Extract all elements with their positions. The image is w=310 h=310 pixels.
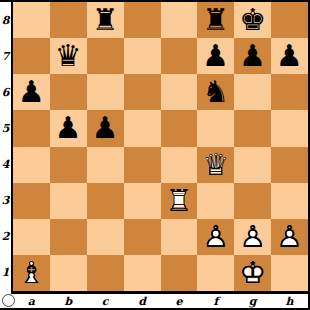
square-d6[interactable] (124, 74, 161, 110)
square-h3[interactable] (271, 183, 308, 219)
rank-label-5: 5 (0, 110, 11, 146)
square-b1[interactable] (50, 255, 87, 291)
square-g6[interactable] (234, 74, 271, 110)
piece-white-pawn-fill: ♟ (234, 219, 271, 255)
square-d5[interactable] (124, 110, 161, 146)
piece-white-bishop[interactable]: ♗ (13, 255, 50, 291)
square-a6[interactable]: ♟ (13, 74, 50, 110)
piece-black-knight[interactable]: ♞ (197, 74, 234, 110)
square-d4[interactable] (124, 147, 161, 183)
rank-label-7: 7 (0, 38, 11, 74)
square-e7[interactable] (161, 38, 198, 74)
chess-diagram: 87654321 ♜♜♚♛♟♟♟♟♞♟♟♛♕♜♖♟♙♟♙♟♙♝♗♚♔ abcde… (0, 0, 310, 310)
square-a4[interactable] (13, 147, 50, 183)
square-c5[interactable]: ♟ (87, 110, 124, 146)
square-g3[interactable] (234, 183, 271, 219)
square-d8[interactable] (124, 2, 161, 38)
piece-black-pawn[interactable]: ♟ (271, 38, 308, 74)
square-f4[interactable]: ♛♕ (197, 147, 234, 183)
square-a8[interactable] (13, 2, 50, 38)
piece-white-king-fill: ♚ (234, 255, 271, 291)
square-e2[interactable] (161, 219, 198, 255)
square-b4[interactable] (50, 147, 87, 183)
square-a7[interactable] (13, 38, 50, 74)
file-label-d: d (124, 294, 161, 308)
piece-white-rook[interactable]: ♖ (161, 183, 198, 219)
file-label-f: f (197, 294, 234, 308)
square-g1[interactable]: ♚♔ (234, 255, 271, 291)
file-label-b: b (50, 294, 87, 308)
file-labels: abcdefgh (13, 294, 308, 308)
chess-board: ♜♜♚♛♟♟♟♟♞♟♟♛♕♜♖♟♙♟♙♟♙♝♗♚♔ (13, 2, 308, 291)
square-a2[interactable] (13, 219, 50, 255)
piece-black-rook[interactable]: ♜ (87, 2, 124, 38)
piece-black-pawn[interactable]: ♟ (87, 110, 124, 146)
square-e5[interactable] (161, 110, 198, 146)
piece-white-pawn[interactable]: ♙ (197, 219, 234, 255)
square-e4[interactable] (161, 147, 198, 183)
piece-white-king[interactable]: ♔ (234, 255, 271, 291)
square-h2[interactable]: ♟♙ (271, 219, 308, 255)
square-b8[interactable] (50, 2, 87, 38)
piece-black-pawn[interactable]: ♟ (50, 110, 87, 146)
square-d2[interactable] (124, 219, 161, 255)
file-label-e: e (161, 294, 198, 308)
square-b6[interactable] (50, 74, 87, 110)
square-f7[interactable]: ♟ (197, 38, 234, 74)
square-f5[interactable] (197, 110, 234, 146)
piece-black-pawn[interactable]: ♟ (13, 74, 50, 110)
rank-label-2: 2 (0, 219, 11, 255)
square-d1[interactable] (124, 255, 161, 291)
square-a3[interactable] (13, 183, 50, 219)
square-g8[interactable]: ♚ (234, 2, 271, 38)
square-g7[interactable]: ♟ (234, 38, 271, 74)
square-c2[interactable] (87, 219, 124, 255)
file-label-h: h (271, 294, 308, 308)
square-f2[interactable]: ♟♙ (197, 219, 234, 255)
square-c1[interactable] (87, 255, 124, 291)
square-f3[interactable] (197, 183, 234, 219)
square-c4[interactable] (87, 147, 124, 183)
piece-white-queen[interactable]: ♕ (197, 147, 234, 183)
square-f8[interactable]: ♜ (197, 2, 234, 38)
file-label-a: a (13, 294, 50, 308)
piece-white-pawn-fill: ♟ (271, 219, 308, 255)
square-b2[interactable] (50, 219, 87, 255)
square-c6[interactable] (87, 74, 124, 110)
square-g5[interactable] (234, 110, 271, 146)
square-a5[interactable] (13, 110, 50, 146)
square-d7[interactable] (124, 38, 161, 74)
square-b7[interactable]: ♛ (50, 38, 87, 74)
piece-black-queen[interactable]: ♛ (50, 38, 87, 74)
square-f1[interactable] (197, 255, 234, 291)
square-c7[interactable] (87, 38, 124, 74)
square-h6[interactable] (271, 74, 308, 110)
rank-label-1: 1 (0, 255, 11, 291)
square-c8[interactable]: ♜ (87, 2, 124, 38)
square-d3[interactable] (124, 183, 161, 219)
rank-label-6: 6 (0, 74, 11, 110)
rank-label-4: 4 (0, 147, 11, 183)
piece-white-pawn-fill: ♟ (197, 219, 234, 255)
rank-label-3: 3 (0, 183, 11, 219)
piece-white-pawn[interactable]: ♙ (234, 219, 271, 255)
file-label-g: g (234, 294, 271, 308)
piece-black-pawn[interactable]: ♟ (234, 38, 271, 74)
piece-white-bishop-fill: ♝ (13, 255, 50, 291)
file-label-c: c (87, 294, 124, 308)
square-b5[interactable]: ♟ (50, 110, 87, 146)
square-e6[interactable] (161, 74, 198, 110)
piece-black-rook[interactable]: ♜ (197, 2, 234, 38)
square-g2[interactable]: ♟♙ (234, 219, 271, 255)
rank-labels: 87654321 (0, 2, 11, 291)
square-h7[interactable]: ♟ (271, 38, 308, 74)
white-to-move-indicator-icon (2, 294, 15, 307)
piece-white-queen-fill: ♛ (197, 147, 234, 183)
square-h5[interactable] (271, 110, 308, 146)
square-h8[interactable] (271, 2, 308, 38)
square-f6[interactable]: ♞ (197, 74, 234, 110)
rank-label-8: 8 (0, 2, 11, 38)
square-a1[interactable]: ♝♗ (13, 255, 50, 291)
square-b3[interactable] (50, 183, 87, 219)
piece-white-pawn[interactable]: ♙ (271, 219, 308, 255)
square-e1[interactable] (161, 255, 198, 291)
square-h4[interactable] (271, 147, 308, 183)
piece-black-king[interactable]: ♚ (234, 2, 271, 38)
square-c3[interactable] (87, 183, 124, 219)
piece-white-rook-fill: ♜ (161, 183, 198, 219)
square-e8[interactable] (161, 2, 198, 38)
piece-black-pawn[interactable]: ♟ (197, 38, 234, 74)
square-h1[interactable] (271, 255, 308, 291)
square-g4[interactable] (234, 147, 271, 183)
square-e3[interactable]: ♜♖ (161, 183, 198, 219)
